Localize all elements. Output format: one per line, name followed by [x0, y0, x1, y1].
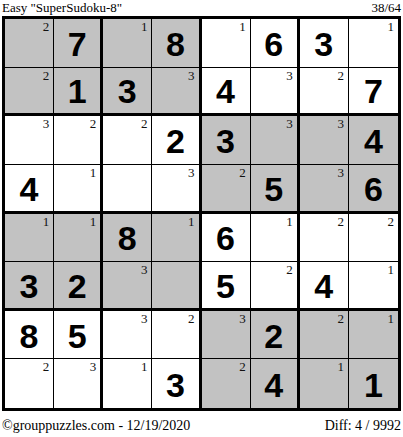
cell-r4c5[interactable]: 2: [202, 165, 251, 214]
cell-r2c2[interactable]: 1: [54, 68, 103, 117]
cell-r7c8[interactable]: 1: [349, 311, 398, 360]
cell-r1c5[interactable]: 1: [202, 19, 251, 68]
given-digit: 2: [264, 319, 283, 353]
cell-r8c8[interactable]: 1: [349, 359, 398, 408]
pencil-mark: 1: [388, 262, 395, 277]
pencil-mark: 2: [239, 359, 246, 374]
pencil-mark: 2: [286, 262, 293, 277]
given-digit: 1: [68, 74, 87, 108]
pencil-mark: 3: [141, 311, 148, 326]
cell-r3c7[interactable]: 3: [300, 116, 349, 165]
cell-r7c5[interactable]: 3: [202, 311, 251, 360]
given-digit: 4: [20, 172, 39, 206]
given-digit: 4: [264, 368, 283, 402]
pencil-mark: 1: [141, 19, 148, 34]
pencil-mark: 2: [388, 214, 395, 229]
given-digit: 3: [20, 269, 39, 303]
cell-r7c1[interactable]: 8: [5, 311, 54, 360]
cell-r5c2[interactable]: 1: [54, 214, 103, 263]
cell-r6c2[interactable]: 2: [54, 262, 103, 311]
cell-r6c3[interactable]: 3: [103, 262, 152, 311]
given-digit: 5: [216, 269, 235, 303]
empty-cell-counter: 38/64: [371, 1, 401, 15]
given-digit: 1: [364, 368, 383, 402]
pencil-mark: 1: [141, 359, 148, 374]
pencil-mark: 3: [188, 165, 195, 180]
cell-r1c1[interactable]: 2: [5, 19, 54, 68]
cell-r1c6[interactable]: 6: [251, 19, 300, 68]
pencil-mark: 3: [43, 116, 50, 131]
given-digit: 2: [166, 124, 185, 158]
cell-r8c7[interactable]: 1: [300, 359, 349, 408]
given-digit: 3: [166, 368, 185, 402]
cell-r6c6[interactable]: 2: [251, 262, 300, 311]
cell-r5c5[interactable]: 6: [202, 214, 251, 263]
cell-r1c7[interactable]: 3: [300, 19, 349, 68]
given-digit: 8: [20, 319, 39, 353]
given-digit: 6: [216, 221, 235, 255]
cell-r4c2[interactable]: 1: [54, 165, 103, 214]
pencil-mark: 2: [90, 116, 97, 131]
cell-r3c6[interactable]: 3: [251, 116, 300, 165]
cell-r7c4[interactable]: 2: [152, 311, 201, 360]
pencil-mark: 1: [388, 311, 395, 326]
cell-r4c8[interactable]: 6: [349, 165, 398, 214]
given-digit: 5: [68, 319, 87, 353]
sudoku-board: 2718163121334327322233344132536118161223…: [2, 16, 401, 411]
cell-r4c1[interactable]: 4: [5, 165, 54, 214]
pencil-mark: 2: [43, 359, 50, 374]
cell-r3c5[interactable]: 3: [202, 116, 251, 165]
given-digit: 7: [364, 74, 383, 108]
cell-r2c6[interactable]: 3: [251, 68, 300, 117]
cell-r7c7[interactable]: 2: [300, 311, 349, 360]
cell-r6c5[interactable]: 5: [202, 262, 251, 311]
cell-r7c2[interactable]: 5: [54, 311, 103, 360]
given-digit: 4: [364, 124, 383, 158]
cell-r1c8[interactable]: 1: [349, 19, 398, 68]
given-digit: 5: [264, 172, 283, 206]
cell-r6c8[interactable]: 1: [349, 262, 398, 311]
copyright-text: ©grouppuzzles.com - 12/19/2020: [2, 418, 190, 434]
pencil-mark: 2: [239, 165, 246, 180]
cell-r3c3[interactable]: 2: [103, 116, 152, 165]
cell-r8c5[interactable]: 2: [202, 359, 251, 408]
pencil-mark: 3: [188, 68, 195, 83]
cell-r3c1[interactable]: 3: [5, 116, 54, 165]
cell-r8c1[interactable]: 2: [5, 359, 54, 408]
given-digit: 2: [68, 269, 87, 303]
pencil-mark: 2: [141, 116, 148, 131]
given-digit: 4: [314, 269, 333, 303]
pencil-mark: 1: [90, 165, 97, 180]
pencil-mark: 1: [388, 19, 395, 34]
given-digit: 6: [364, 172, 383, 206]
cell-r8c2[interactable]: 3: [54, 359, 103, 408]
cell-r8c4[interactable]: 3: [152, 359, 201, 408]
pencil-mark: 3: [337, 165, 344, 180]
cell-r6c4[interactable]: [152, 262, 201, 311]
pencil-mark: 2: [43, 19, 50, 34]
cell-r2c5[interactable]: 4: [202, 68, 251, 117]
cell-r5c1[interactable]: 1: [5, 214, 54, 263]
cell-r8c6[interactable]: 4: [251, 359, 300, 408]
cell-r6c1[interactable]: 3: [5, 262, 54, 311]
cell-r2c1[interactable]: 2: [5, 68, 54, 117]
cell-r2c4[interactable]: 3: [152, 68, 201, 117]
pencil-mark: 2: [337, 214, 344, 229]
puzzle-title: Easy "SuperSudoku-8": [2, 1, 122, 15]
given-digit: 6: [264, 27, 283, 61]
cell-r4c3[interactable]: [103, 165, 152, 214]
pencil-mark: 3: [286, 116, 293, 131]
page-footer: ©grouppuzzles.com - 12/19/2020 Diff: 4 /…: [2, 418, 401, 434]
cell-r5c8[interactable]: 2: [349, 214, 398, 263]
difficulty-text: Diff: 4 / 9992: [325, 418, 401, 434]
pencil-mark: 3: [90, 359, 97, 374]
cell-r3c8[interactable]: 4: [349, 116, 398, 165]
pencil-mark: 2: [337, 68, 344, 83]
pencil-mark: 1: [43, 214, 50, 229]
pencil-mark: 1: [90, 214, 97, 229]
cell-r3c4[interactable]: 2: [152, 116, 201, 165]
cell-r4c6[interactable]: 5: [251, 165, 300, 214]
cell-r4c7[interactable]: 3: [300, 165, 349, 214]
pencil-mark: 2: [43, 68, 50, 83]
pencil-mark: 3: [239, 311, 246, 326]
cell-r4c4[interactable]: 3: [152, 165, 201, 214]
page-header: Easy "SuperSudoku-8" 38/64: [2, 1, 401, 15]
cell-r3c2[interactable]: 2: [54, 116, 103, 165]
cell-r5c6[interactable]: 1: [251, 214, 300, 263]
cell-r2c8[interactable]: 7: [349, 68, 398, 117]
cell-r5c7[interactable]: 2: [300, 214, 349, 263]
pencil-mark: 3: [286, 68, 293, 83]
cell-r5c4[interactable]: 1: [152, 214, 201, 263]
given-digit: 8: [118, 221, 137, 255]
pencil-mark: 2: [188, 311, 195, 326]
pencil-mark: 1: [239, 19, 246, 34]
given-digit: 3: [118, 74, 137, 108]
given-digit: 8: [166, 27, 185, 61]
pencil-mark: 1: [188, 214, 195, 229]
cell-r8c3[interactable]: 1: [103, 359, 152, 408]
cell-r1c3[interactable]: 1: [103, 19, 152, 68]
pencil-mark: 2: [337, 311, 344, 326]
given-digit: 3: [216, 124, 235, 158]
pencil-mark: 3: [337, 116, 344, 131]
cell-r1c2[interactable]: 7: [54, 19, 103, 68]
cell-r1c4[interactable]: 8: [152, 19, 201, 68]
cell-r7c3[interactable]: 3: [103, 311, 152, 360]
cell-r6c7[interactable]: 4: [300, 262, 349, 311]
pencil-mark: 1: [337, 359, 344, 374]
cell-r7c6[interactable]: 2: [251, 311, 300, 360]
given-digit: 3: [314, 27, 333, 61]
pencil-mark: 1: [286, 214, 293, 229]
cell-r2c7[interactable]: 2: [300, 68, 349, 117]
pencil-mark: 3: [141, 262, 148, 277]
cell-r2c3[interactable]: 3: [103, 68, 152, 117]
given-digit: 7: [68, 27, 87, 61]
cell-r5c3[interactable]: 8: [103, 214, 152, 263]
given-digit: 4: [216, 74, 235, 108]
